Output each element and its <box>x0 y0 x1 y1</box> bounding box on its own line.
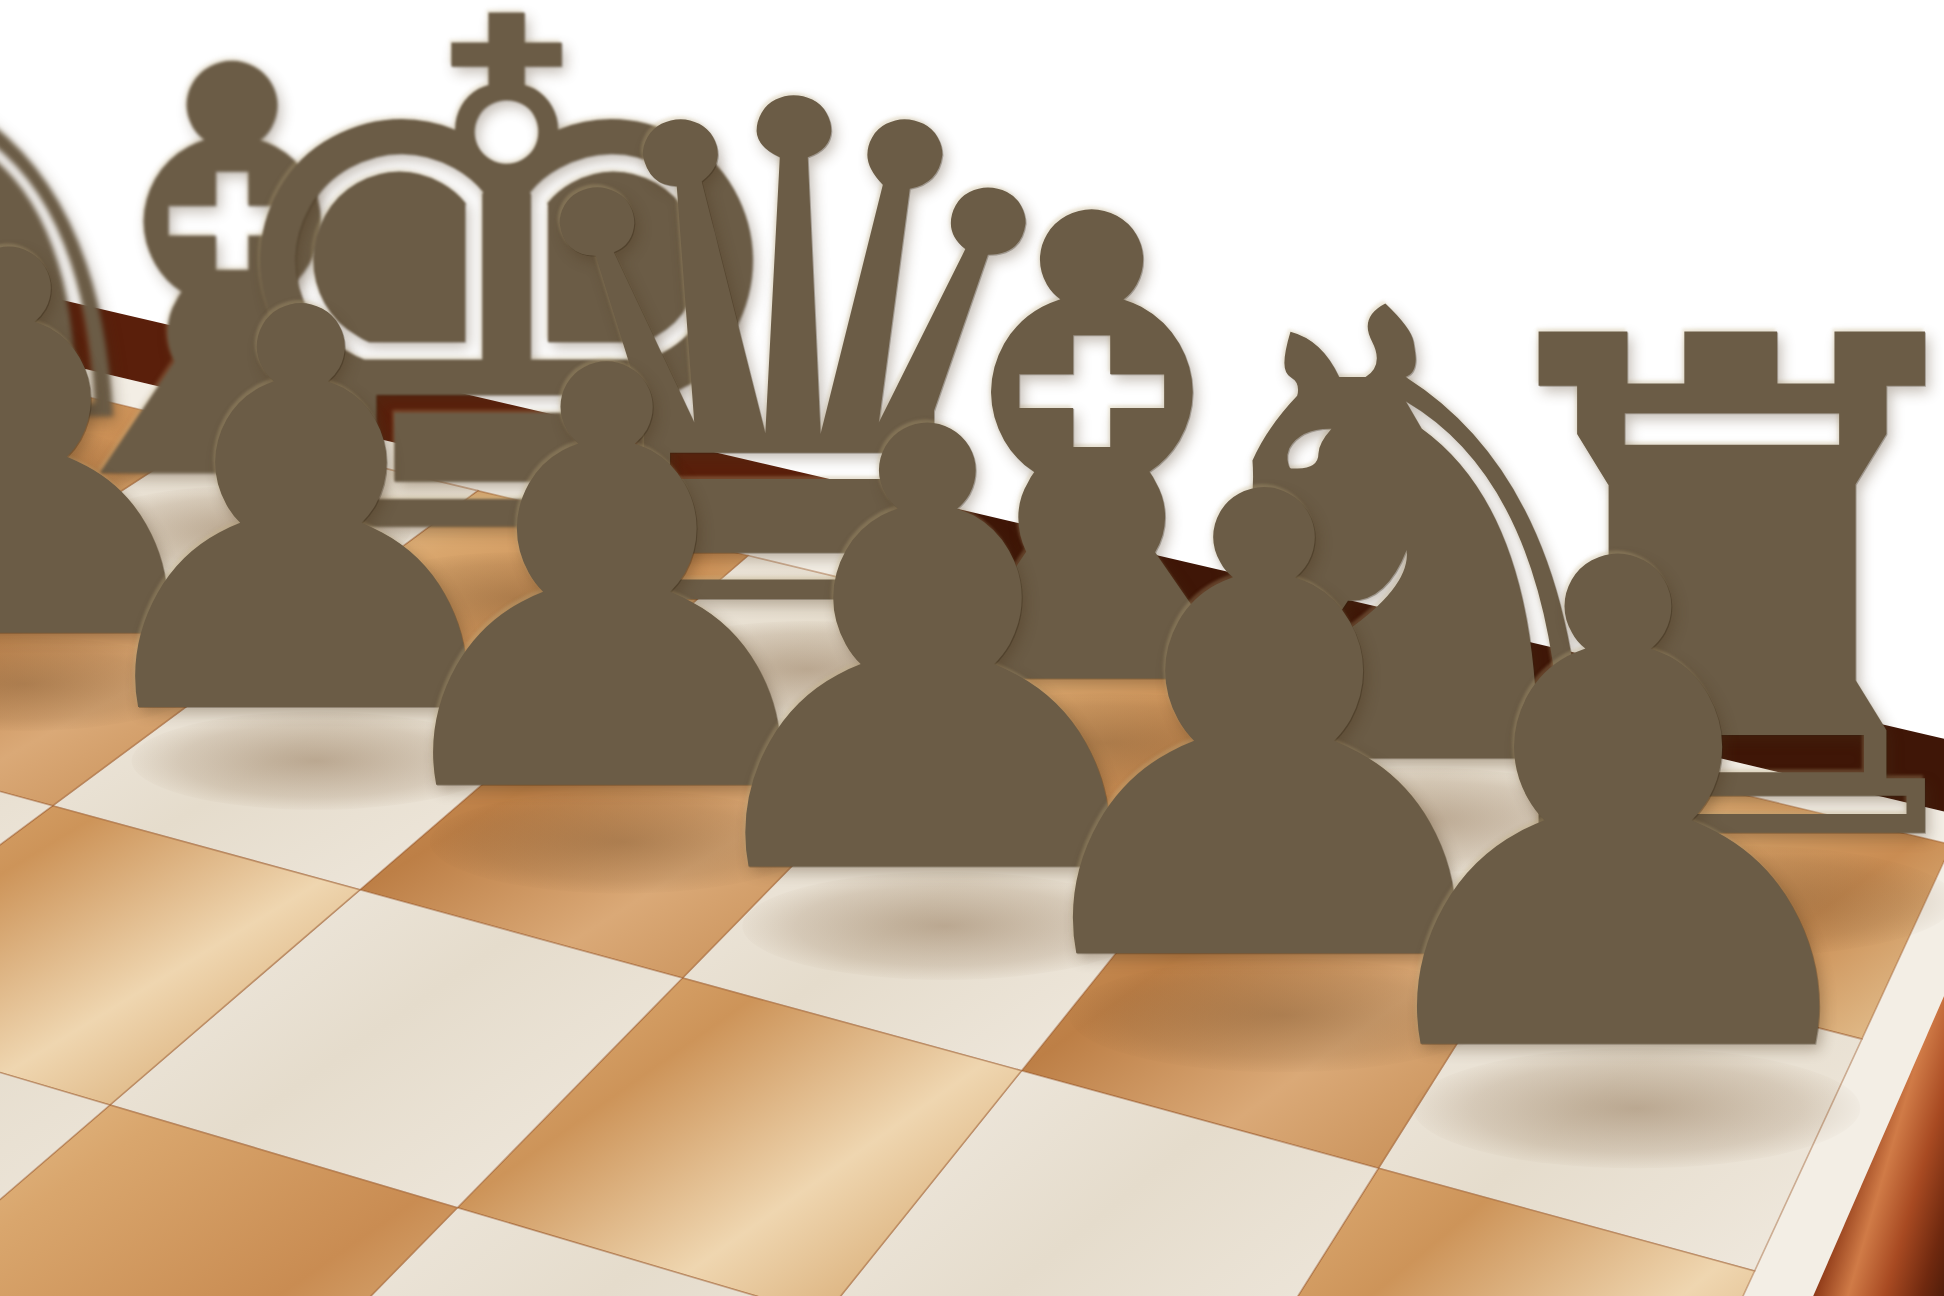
photo-scene: ♜♞♝♛♚♝♞♟♟♟♟♟♟ <box>0 0 1944 1296</box>
piece-a2-pawn[interactable]: ♟ <box>1317 475 1919 1146</box>
